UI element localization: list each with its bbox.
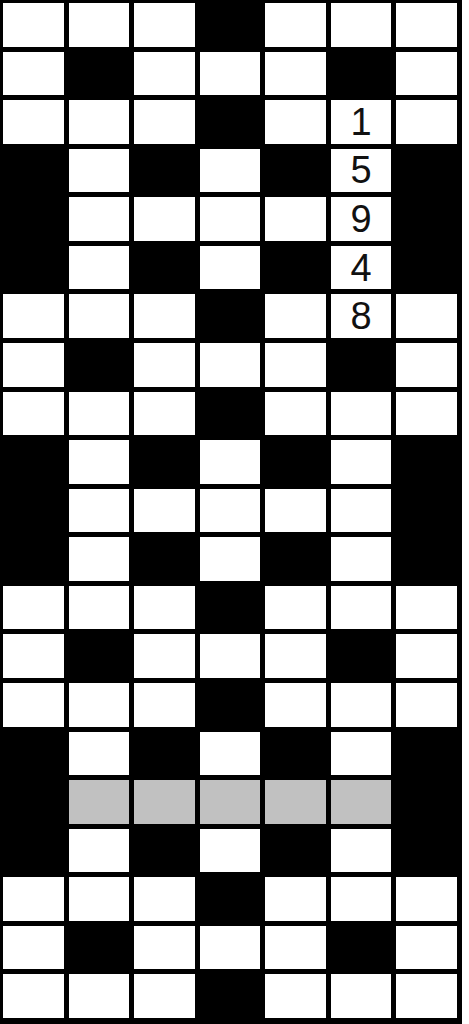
cell-r1c2[interactable] bbox=[69, 3, 130, 47]
cell-r18c6[interactable] bbox=[331, 829, 392, 873]
cell-r19c1[interactable] bbox=[3, 877, 64, 921]
cell-r21c1[interactable] bbox=[3, 974, 64, 1018]
block-r6c1 bbox=[3, 246, 64, 290]
cell-r12c4[interactable] bbox=[200, 537, 261, 581]
block-r4c5 bbox=[265, 149, 326, 193]
block-r18c7 bbox=[396, 829, 457, 873]
cell-r17c3[interactable] bbox=[134, 780, 195, 824]
cell-r20c7[interactable] bbox=[396, 926, 457, 970]
cell-r6c2[interactable] bbox=[69, 246, 130, 290]
block-r11c1 bbox=[3, 489, 64, 533]
cell-r1c1[interactable] bbox=[3, 3, 64, 47]
cell-r7c3[interactable] bbox=[134, 294, 195, 338]
cell-r3c1[interactable] bbox=[3, 100, 64, 144]
cell-r1c5[interactable] bbox=[265, 3, 326, 47]
cell-r3c5[interactable] bbox=[265, 100, 326, 144]
cell-r9c3[interactable] bbox=[134, 392, 195, 436]
block-r10c1 bbox=[3, 440, 64, 484]
cell-r19c2[interactable] bbox=[69, 877, 130, 921]
block-r12c1 bbox=[3, 537, 64, 581]
cell-r4c2[interactable] bbox=[69, 149, 130, 193]
cell-r7c2[interactable] bbox=[69, 294, 130, 338]
cell-r9c6[interactable] bbox=[331, 392, 392, 436]
cell-r7c7[interactable] bbox=[396, 294, 457, 338]
cell-r4c4[interactable] bbox=[200, 149, 261, 193]
cell-r20c3[interactable] bbox=[134, 926, 195, 970]
cell-r7c1[interactable] bbox=[3, 294, 64, 338]
block-r5c1 bbox=[3, 197, 64, 241]
cell-r11c3[interactable] bbox=[134, 489, 195, 533]
block-r13c4 bbox=[200, 586, 261, 630]
cell-r17c5[interactable] bbox=[265, 780, 326, 824]
cell-r15c5[interactable] bbox=[265, 683, 326, 727]
cell-r11c5[interactable] bbox=[265, 489, 326, 533]
cell-r13c1[interactable] bbox=[3, 586, 64, 630]
block-r18c5 bbox=[265, 829, 326, 873]
cell-r2c4[interactable] bbox=[200, 52, 261, 96]
cell-r21c3[interactable] bbox=[134, 974, 195, 1018]
cell-r16c2[interactable] bbox=[69, 732, 130, 776]
cell-r9c2[interactable] bbox=[69, 392, 130, 436]
cell-r5c2[interactable] bbox=[69, 197, 130, 241]
cell-r19c6[interactable] bbox=[331, 877, 392, 921]
block-r17c1 bbox=[3, 780, 64, 824]
cell-r15c6[interactable] bbox=[331, 683, 392, 727]
puzzle-board: 15948 bbox=[0, 0, 462, 1024]
cell-r20c1[interactable] bbox=[3, 926, 64, 970]
cell-r3c2[interactable] bbox=[69, 100, 130, 144]
block-r10c7 bbox=[396, 440, 457, 484]
cell-r21c2[interactable] bbox=[69, 974, 130, 1018]
cell-r8c5[interactable] bbox=[265, 343, 326, 387]
cell-r13c6[interactable] bbox=[331, 586, 392, 630]
block-r12c3 bbox=[134, 537, 195, 581]
cell-r8c1[interactable] bbox=[3, 343, 64, 387]
block-r10c3 bbox=[134, 440, 195, 484]
block-r6c7 bbox=[396, 246, 457, 290]
block-r12c7 bbox=[396, 537, 457, 581]
block-r8c2 bbox=[69, 343, 130, 387]
cell-r2c1[interactable] bbox=[3, 52, 64, 96]
cell-r3c3[interactable] bbox=[134, 100, 195, 144]
cell-r2c7[interactable] bbox=[396, 52, 457, 96]
cell-r12c2[interactable] bbox=[69, 537, 130, 581]
cell-r19c5[interactable] bbox=[265, 877, 326, 921]
block-r3c4 bbox=[200, 100, 261, 144]
cell-r6c6[interactable]: 4 bbox=[331, 246, 392, 290]
cell-r9c5[interactable] bbox=[265, 392, 326, 436]
cell-r5c5[interactable] bbox=[265, 197, 326, 241]
block-r16c1 bbox=[3, 732, 64, 776]
cell-r14c1[interactable] bbox=[3, 634, 64, 678]
block-r9c4 bbox=[200, 392, 261, 436]
cell-r19c3[interactable] bbox=[134, 877, 195, 921]
cell-r18c2[interactable] bbox=[69, 829, 130, 873]
block-r20c2 bbox=[69, 926, 130, 970]
cell-r14c4[interactable] bbox=[200, 634, 261, 678]
cell-r18c4[interactable] bbox=[200, 829, 261, 873]
cell-r15c1[interactable] bbox=[3, 683, 64, 727]
cell-r10c6[interactable] bbox=[331, 440, 392, 484]
cell-r20c5[interactable] bbox=[265, 926, 326, 970]
block-r21c4 bbox=[200, 974, 261, 1018]
cell-r2c5[interactable] bbox=[265, 52, 326, 96]
cell-r11c2[interactable] bbox=[69, 489, 130, 533]
cell-r5c6[interactable]: 9 bbox=[331, 197, 392, 241]
cell-r5c3[interactable] bbox=[134, 197, 195, 241]
block-r15c4 bbox=[200, 683, 261, 727]
block-r6c3 bbox=[134, 246, 195, 290]
cell-r8c3[interactable] bbox=[134, 343, 195, 387]
block-r4c1 bbox=[3, 149, 64, 193]
cell-r6c4[interactable] bbox=[200, 246, 261, 290]
cell-r21c7[interactable] bbox=[396, 974, 457, 1018]
cell-r5c4[interactable] bbox=[200, 197, 261, 241]
cell-r13c3[interactable] bbox=[134, 586, 195, 630]
cell-r16c4[interactable] bbox=[200, 732, 261, 776]
block-r10c5 bbox=[265, 440, 326, 484]
cell-r4c6[interactable]: 5 bbox=[331, 149, 392, 193]
block-r20c6 bbox=[331, 926, 392, 970]
block-r2c6 bbox=[331, 52, 392, 96]
cell-r11c4[interactable] bbox=[200, 489, 261, 533]
cell-r8c7[interactable] bbox=[396, 343, 457, 387]
cell-r17c6[interactable] bbox=[331, 780, 392, 824]
cell-r8c4[interactable] bbox=[200, 343, 261, 387]
block-r16c7 bbox=[396, 732, 457, 776]
cell-r7c5[interactable] bbox=[265, 294, 326, 338]
cell-r15c3[interactable] bbox=[134, 683, 195, 727]
cell-r7c6[interactable]: 8 bbox=[331, 294, 392, 338]
block-r16c5 bbox=[265, 732, 326, 776]
block-r8c6 bbox=[331, 343, 392, 387]
cell-r2c3[interactable] bbox=[134, 52, 195, 96]
cell-r14c7[interactable] bbox=[396, 634, 457, 678]
cell-r13c5[interactable] bbox=[265, 586, 326, 630]
cell-r15c7[interactable] bbox=[396, 683, 457, 727]
block-r4c7 bbox=[396, 149, 457, 193]
block-r6c5 bbox=[265, 246, 326, 290]
block-r7c4 bbox=[200, 294, 261, 338]
cell-r13c2[interactable] bbox=[69, 586, 130, 630]
block-r11c7 bbox=[396, 489, 457, 533]
block-r19c4 bbox=[200, 877, 261, 921]
cell-r21c5[interactable] bbox=[265, 974, 326, 1018]
block-r17c7 bbox=[396, 780, 457, 824]
block-r14c6 bbox=[331, 634, 392, 678]
block-r4c3 bbox=[134, 149, 195, 193]
cell-r20c4[interactable] bbox=[200, 926, 261, 970]
cell-r17c2[interactable] bbox=[69, 780, 130, 824]
block-r5c7 bbox=[396, 197, 457, 241]
block-r18c1 bbox=[3, 829, 64, 873]
cell-r13c7[interactable] bbox=[396, 586, 457, 630]
cell-r10c2[interactable] bbox=[69, 440, 130, 484]
block-r18c3 bbox=[134, 829, 195, 873]
cell-r9c7[interactable] bbox=[396, 392, 457, 436]
cell-r19c7[interactable] bbox=[396, 877, 457, 921]
block-r1c4 bbox=[200, 3, 261, 47]
cell-r11c6[interactable] bbox=[331, 489, 392, 533]
cell-r3c6[interactable]: 1 bbox=[331, 100, 392, 144]
cell-r17c4[interactable] bbox=[200, 780, 261, 824]
cell-r14c5[interactable] bbox=[265, 634, 326, 678]
block-r2c2 bbox=[69, 52, 130, 96]
cell-r3c7[interactable] bbox=[396, 100, 457, 144]
block-r12c5 bbox=[265, 537, 326, 581]
block-r14c2 bbox=[69, 634, 130, 678]
cell-r10c4[interactable] bbox=[200, 440, 261, 484]
cell-r1c7[interactable] bbox=[396, 3, 457, 47]
cell-r9c1[interactable] bbox=[3, 392, 64, 436]
block-r16c3 bbox=[134, 732, 195, 776]
cell-r16c6[interactable] bbox=[331, 732, 392, 776]
cell-r14c3[interactable] bbox=[134, 634, 195, 678]
cell-r1c3[interactable] bbox=[134, 3, 195, 47]
cell-r21c6[interactable] bbox=[331, 974, 392, 1018]
cell-r1c6[interactable] bbox=[331, 3, 392, 47]
cell-r15c2[interactable] bbox=[69, 683, 130, 727]
cell-r12c6[interactable] bbox=[331, 537, 392, 581]
